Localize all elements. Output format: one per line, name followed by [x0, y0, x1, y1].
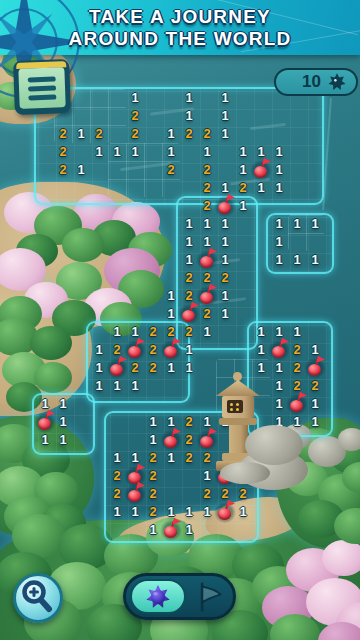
flagged-mine-r14-c7[interactable] [126, 341, 144, 359]
number-cell-r12-c11: 2 [198, 305, 216, 323]
number-cell-r3-c11: 1 [198, 143, 216, 161]
number-cell-r2-c7: 2 [126, 125, 144, 143]
number-cell-r3-c9: 1 [162, 143, 180, 161]
flagged-mine-r24-c9[interactable] [162, 521, 180, 539]
top-banner: TAKE A JOURNEY AROUND THE WORLD [0, 0, 360, 55]
flagged-mine-r12-c10[interactable] [180, 305, 198, 323]
number-cell-r15-c7: 2 [126, 359, 144, 377]
number-cell-r1-c10: 1 [180, 107, 198, 125]
number-cell-r3-c5: 1 [90, 143, 108, 161]
number-cell-r3-c13: 1 [234, 143, 252, 161]
number-cell-r13-c15: 1 [270, 323, 288, 341]
number-cell-r3-c3: 2 [54, 143, 72, 161]
number-cell-r3-c15: 1 [270, 143, 288, 161]
number-cell-r14-c5: 1 [90, 341, 108, 359]
number-cell-r7-c16: 1 [288, 215, 306, 233]
sea-mine-icon [326, 71, 348, 93]
zoom-button[interactable] [13, 573, 63, 623]
number-cell-r2-c11: 2 [198, 125, 216, 143]
hamburger-icon [18, 67, 65, 109]
number-cell-r1-c7: 2 [126, 107, 144, 125]
number-cell-r8-c15: 1 [270, 233, 288, 251]
number-cell-r4-c9: 2 [162, 161, 180, 179]
flagged-mine-r15-c6[interactable] [108, 359, 126, 377]
number-cell-r7-c11: 1 [198, 215, 216, 233]
number-cell-r23-c6: 1 [108, 503, 126, 521]
number-cell-r9-c17: 1 [306, 251, 324, 269]
number-cell-r13-c7: 1 [126, 323, 144, 341]
stone-lantern [200, 370, 320, 490]
number-cell-r8-c11: 1 [198, 233, 216, 251]
number-cell-r2-c3: 2 [54, 125, 72, 143]
banner-title-line1: TAKE A JOURNEY [0, 6, 360, 28]
number-cell-r16-c6: 1 [108, 377, 126, 395]
number-cell-r5-c13: 2 [234, 179, 252, 197]
number-cell-r4-c15: 1 [270, 161, 288, 179]
number-cell-r17-c3: 1 [54, 395, 72, 413]
menu-button[interactable] [13, 59, 71, 115]
number-cell-r0-c7: 1 [126, 89, 144, 107]
number-cell-r14-c17: 1 [306, 341, 324, 359]
flagged-mine-r14-c15[interactable] [270, 341, 288, 359]
mine-counter: 10 [274, 68, 358, 96]
number-cell-r23-c13: 1 [234, 503, 252, 521]
number-cell-r5-c14: 1 [252, 179, 270, 197]
number-cell-r16-c5: 1 [90, 377, 108, 395]
number-cell-r2-c10: 2 [180, 125, 198, 143]
number-cell-r19-c3: 1 [54, 431, 72, 449]
number-cell-r6-c13: 1 [234, 197, 252, 215]
number-cell-r4-c3: 2 [54, 161, 72, 179]
number-cell-r3-c7: 1 [126, 143, 144, 161]
number-cell-r7-c17: 1 [306, 215, 324, 233]
flagged-mine-r18-c2[interactable] [36, 413, 54, 431]
number-cell-r4-c4: 1 [72, 161, 90, 179]
number-cell-r3-c14: 1 [252, 143, 270, 161]
number-cell-r7-c12: 1 [216, 215, 234, 233]
number-cell-r7-c15: 1 [270, 215, 288, 233]
flagged-mine-r9-c11[interactable] [198, 251, 216, 269]
number-cell-r3-c6: 1 [108, 143, 126, 161]
number-cell-r16-c7: 1 [126, 377, 144, 395]
number-cell-r1-c12: 1 [216, 107, 234, 125]
number-cell-r0-c10: 1 [180, 89, 198, 107]
number-cell-r0-c12: 1 [216, 89, 234, 107]
number-cell-r17-c2: 1 [36, 395, 54, 413]
number-cell-r24-c10: 1 [180, 521, 198, 539]
flag-mode-button[interactable] [190, 579, 230, 614]
banner-title-line2: AROUND THE WORLD [0, 28, 360, 50]
number-cell-r5-c12: 1 [216, 179, 234, 197]
number-cell-r20-c9: 1 [162, 449, 180, 467]
number-cell-r11-c9: 1 [162, 287, 180, 305]
number-cell-r2-c9: 1 [162, 125, 180, 143]
sea-mine-icon [143, 582, 173, 612]
flagged-mine-r23-c12[interactable] [216, 503, 234, 521]
flagged-mine-r22-c7[interactable] [126, 485, 144, 503]
number-cell-r20-c8: 2 [144, 449, 162, 467]
number-cell-r10-c11: 2 [198, 269, 216, 287]
number-cell-r13-c14: 1 [252, 323, 270, 341]
number-cell-r7-c10: 1 [180, 215, 198, 233]
number-cell-r2-c5: 2 [90, 125, 108, 143]
game-screen: 1112112122122121111111121221121211211111… [0, 0, 360, 640]
number-cell-r23-c7: 1 [126, 503, 144, 521]
number-cell-r21-c8: 2 [144, 467, 162, 485]
flagged-mine-r6-c12[interactable] [216, 197, 234, 215]
number-cell-r2-c12: 1 [216, 125, 234, 143]
number-cell-r5-c11: 2 [198, 179, 216, 197]
number-cell-r2-c4: 1 [72, 125, 90, 143]
number-cell-r23-c9: 1 [162, 503, 180, 521]
number-cell-r10-c10: 2 [180, 269, 198, 287]
number-cell-r13-c16: 1 [288, 323, 306, 341]
number-cell-r9-c15: 1 [270, 251, 288, 269]
number-cell-r20-c7: 1 [126, 449, 144, 467]
number-cell-r20-c6: 1 [108, 449, 126, 467]
number-cell-r13-c10: 2 [180, 323, 198, 341]
number-cell-r15-c10: 1 [180, 359, 198, 377]
number-cell-r22-c8: 2 [144, 485, 162, 503]
number-cell-r9-c12: 1 [216, 251, 234, 269]
pennant-flag-icon [196, 581, 224, 613]
mode-toolbar [123, 573, 236, 620]
number-cell-r23-c10: 1 [180, 503, 198, 521]
number-cell-r8-c10: 1 [180, 233, 198, 251]
number-cell-r13-c11: 1 [198, 323, 216, 341]
number-cell-r4-c11: 2 [198, 161, 216, 179]
number-cell-r10-c12: 2 [216, 269, 234, 287]
number-cell-r11-c12: 1 [216, 287, 234, 305]
flagged-mine-r21-c7[interactable] [126, 467, 144, 485]
number-cell-r15-c9: 1 [162, 359, 180, 377]
mine-mode-button[interactable] [130, 579, 186, 614]
number-cell-r18-c8: 1 [144, 413, 162, 431]
number-cell-r14-c16: 2 [288, 341, 306, 359]
magnifier-plus-icon [16, 576, 60, 620]
number-cell-r12-c12: 1 [216, 305, 234, 323]
number-cell-r20-c10: 2 [180, 449, 198, 467]
number-cell-r18-c9: 1 [162, 413, 180, 431]
number-cell-r19-c2: 1 [36, 431, 54, 449]
number-cell-r8-c12: 1 [216, 233, 234, 251]
flagged-mine-r4-c14[interactable] [252, 161, 270, 179]
number-cell-r5-c15: 1 [270, 179, 288, 197]
number-cell-r15-c8: 2 [144, 359, 162, 377]
number-cell-r13-c6: 1 [108, 323, 126, 341]
number-cell-r9-c16: 1 [288, 251, 306, 269]
number-cell-r18-c3: 1 [54, 413, 72, 431]
number-cell-r13-c9: 2 [162, 323, 180, 341]
number-cell-r13-c8: 2 [144, 323, 162, 341]
number-cell-r18-c10: 2 [180, 413, 198, 431]
flagged-mine-r11-c11[interactable] [198, 287, 216, 305]
flagged-mine-r19-c9[interactable] [162, 431, 180, 449]
mine-counter-value: 10 [302, 72, 321, 92]
flagged-mine-r14-c9[interactable] [162, 341, 180, 359]
number-cell-r14-c10: 1 [180, 341, 198, 359]
number-cell-r23-c8: 2 [144, 503, 162, 521]
